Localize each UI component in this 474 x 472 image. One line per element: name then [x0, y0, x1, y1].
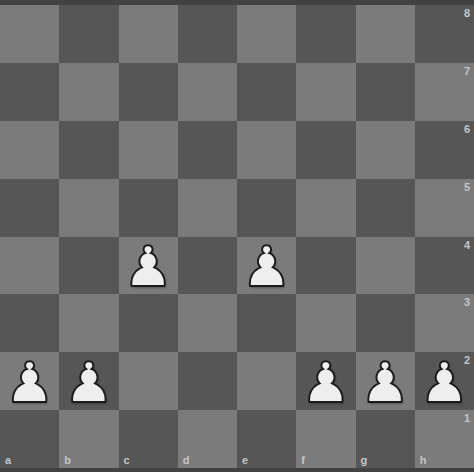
white-pawn-b2[interactable]: ♟: [59, 352, 118, 410]
square-h4[interactable]: 4: [415, 237, 474, 295]
square-a3[interactable]: [0, 294, 59, 352]
square-f3[interactable]: [296, 294, 355, 352]
square-b6[interactable]: [59, 121, 118, 179]
square-g3[interactable]: [356, 294, 415, 352]
rank-label-1: 1: [464, 412, 470, 424]
square-h7[interactable]: 7: [415, 63, 474, 121]
file-label-b: b: [64, 454, 71, 466]
square-a4[interactable]: [0, 237, 59, 295]
rank-label-8: 8: [464, 7, 470, 19]
square-f1[interactable]: f: [296, 410, 355, 468]
white-pawn-g2[interactable]: ♟: [356, 352, 415, 410]
square-h2[interactable]: 2♟: [415, 352, 474, 410]
white-pawn-h2[interactable]: ♟: [415, 352, 474, 410]
square-c7[interactable]: [119, 63, 178, 121]
rank-label-4: 4: [464, 239, 470, 251]
square-d8[interactable]: [178, 5, 237, 63]
square-b8[interactable]: [59, 5, 118, 63]
square-d5[interactable]: [178, 179, 237, 237]
square-e2[interactable]: [237, 352, 296, 410]
square-b5[interactable]: [59, 179, 118, 237]
square-f8[interactable]: [296, 5, 355, 63]
square-b2[interactable]: ♟: [59, 352, 118, 410]
square-e1[interactable]: e: [237, 410, 296, 468]
file-label-c: c: [124, 454, 130, 466]
square-f4[interactable]: [296, 237, 355, 295]
square-c2[interactable]: [119, 352, 178, 410]
square-e3[interactable]: [237, 294, 296, 352]
square-c8[interactable]: [119, 5, 178, 63]
square-c5[interactable]: [119, 179, 178, 237]
file-label-d: d: [183, 454, 190, 466]
square-e8[interactable]: [237, 5, 296, 63]
square-a7[interactable]: [0, 63, 59, 121]
square-d3[interactable]: [178, 294, 237, 352]
bottom-frame: [0, 468, 474, 472]
square-a2[interactable]: ♟: [0, 352, 59, 410]
square-h5[interactable]: 5: [415, 179, 474, 237]
file-label-g: g: [361, 454, 368, 466]
file-label-f: f: [301, 454, 305, 466]
square-a5[interactable]: [0, 179, 59, 237]
square-c6[interactable]: [119, 121, 178, 179]
square-g5[interactable]: [356, 179, 415, 237]
white-pawn-f2[interactable]: ♟: [296, 352, 355, 410]
square-a6[interactable]: [0, 121, 59, 179]
white-pawn-c4[interactable]: ♟: [119, 237, 178, 295]
square-b7[interactable]: [59, 63, 118, 121]
square-g4[interactable]: [356, 237, 415, 295]
square-f7[interactable]: [296, 63, 355, 121]
square-f5[interactable]: [296, 179, 355, 237]
square-a8[interactable]: [0, 5, 59, 63]
square-g2[interactable]: ♟: [356, 352, 415, 410]
rank-label-5: 5: [464, 181, 470, 193]
square-e7[interactable]: [237, 63, 296, 121]
square-c4[interactable]: ♟: [119, 237, 178, 295]
file-label-e: e: [242, 454, 248, 466]
square-g8[interactable]: [356, 5, 415, 63]
rank-label-7: 7: [464, 65, 470, 77]
square-h1[interactable]: 1h: [415, 410, 474, 468]
rank-label-3: 3: [464, 296, 470, 308]
board-container: 8765♟♟43♟♟♟♟2♟abcdefg1h: [0, 0, 474, 472]
square-d6[interactable]: [178, 121, 237, 179]
square-h8[interactable]: 8: [415, 5, 474, 63]
square-d2[interactable]: [178, 352, 237, 410]
square-b1[interactable]: b: [59, 410, 118, 468]
square-b3[interactable]: [59, 294, 118, 352]
white-pawn-a2[interactable]: ♟: [0, 352, 59, 410]
square-c3[interactable]: [119, 294, 178, 352]
chess-board: 8765♟♟43♟♟♟♟2♟abcdefg1h: [0, 5, 474, 468]
square-e4[interactable]: ♟: [237, 237, 296, 295]
square-f2[interactable]: ♟: [296, 352, 355, 410]
square-g6[interactable]: [356, 121, 415, 179]
rank-label-6: 6: [464, 123, 470, 135]
white-pawn-e4[interactable]: ♟: [237, 237, 296, 295]
square-h6[interactable]: 6: [415, 121, 474, 179]
square-d7[interactable]: [178, 63, 237, 121]
square-c1[interactable]: c: [119, 410, 178, 468]
square-e6[interactable]: [237, 121, 296, 179]
square-f6[interactable]: [296, 121, 355, 179]
square-d4[interactable]: [178, 237, 237, 295]
square-h3[interactable]: 3: [415, 294, 474, 352]
square-d1[interactable]: d: [178, 410, 237, 468]
square-e5[interactable]: [237, 179, 296, 237]
square-g7[interactable]: [356, 63, 415, 121]
file-label-a: a: [5, 454, 11, 466]
square-g1[interactable]: g: [356, 410, 415, 468]
square-a1[interactable]: a: [0, 410, 59, 468]
file-label-h: h: [420, 454, 427, 466]
square-b4[interactable]: [59, 237, 118, 295]
